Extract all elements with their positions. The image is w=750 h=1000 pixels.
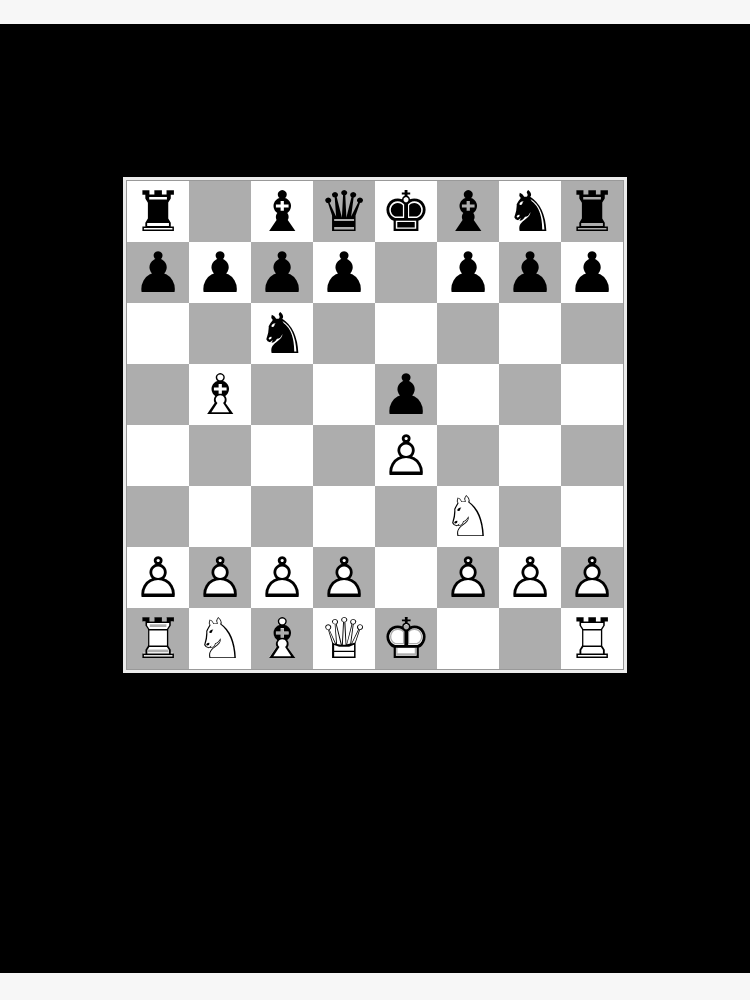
square-d8: ♛ (313, 181, 375, 242)
black-pawn: ♟ (375, 364, 437, 425)
square-b6 (189, 303, 251, 364)
white-pawn: ♟♙ (313, 547, 375, 608)
white-knight: ♞♘ (189, 608, 251, 669)
square-d7: ♟ (313, 242, 375, 303)
square-c8: ♝ (251, 181, 313, 242)
black-bishop: ♝ (251, 181, 313, 242)
black-knight: ♞ (251, 303, 313, 364)
square-f8: ♝ (437, 181, 499, 242)
square-e6 (375, 303, 437, 364)
black-rook: ♜ (127, 181, 189, 242)
square-e1: ♚♔ (375, 608, 437, 669)
square-h6 (561, 303, 623, 364)
white-rook: ♜♖ (561, 608, 623, 669)
square-e4: ♟♙ (375, 425, 437, 486)
chess-board-frame: ♜♝♛♚♝♞♜♟♟♟♟♟♟♟♞♝♗♟♟♙♞♘♟♙♟♙♟♙♟♙♟♙♟♙♟♙♜♖♞♘… (123, 177, 627, 673)
square-d3 (313, 486, 375, 547)
square-d2: ♟♙ (313, 547, 375, 608)
white-pawn: ♟♙ (251, 547, 313, 608)
square-b5: ♝♗ (189, 364, 251, 425)
white-pawn: ♟♙ (189, 547, 251, 608)
black-pawn: ♟ (437, 242, 499, 303)
white-pawn: ♟♙ (127, 547, 189, 608)
square-f4 (437, 425, 499, 486)
black-pawn: ♟ (499, 242, 561, 303)
square-g3 (499, 486, 561, 547)
square-g7: ♟ (499, 242, 561, 303)
square-g1 (499, 608, 561, 669)
square-h7: ♟ (561, 242, 623, 303)
square-c1: ♝♗ (251, 608, 313, 669)
square-d4 (313, 425, 375, 486)
square-b7: ♟ (189, 242, 251, 303)
white-queen: ♛♕ (313, 608, 375, 669)
square-a8: ♜ (127, 181, 189, 242)
black-background: ♜♝♛♚♝♞♜♟♟♟♟♟♟♟♞♝♗♟♟♙♞♘♟♙♟♙♟♙♟♙♟♙♟♙♟♙♜♖♞♘… (0, 24, 750, 973)
square-a5 (127, 364, 189, 425)
square-g8: ♞ (499, 181, 561, 242)
square-a2: ♟♙ (127, 547, 189, 608)
square-e5: ♟ (375, 364, 437, 425)
square-a7: ♟ (127, 242, 189, 303)
square-b4 (189, 425, 251, 486)
square-f2: ♟♙ (437, 547, 499, 608)
square-f3: ♞♘ (437, 486, 499, 547)
square-h3 (561, 486, 623, 547)
white-bishop: ♝♗ (251, 608, 313, 669)
square-c3 (251, 486, 313, 547)
square-d1: ♛♕ (313, 608, 375, 669)
square-e7 (375, 242, 437, 303)
square-h8: ♜ (561, 181, 623, 242)
square-c2: ♟♙ (251, 547, 313, 608)
white-pawn: ♟♙ (437, 547, 499, 608)
product-photo: ♜♝♛♚♝♞♜♟♟♟♟♟♟♟♞♝♗♟♟♙♞♘♟♙♟♙♟♙♟♙♟♙♟♙♟♙♜♖♞♘… (0, 0, 750, 1000)
square-g5 (499, 364, 561, 425)
black-pawn: ♟ (313, 242, 375, 303)
square-g6 (499, 303, 561, 364)
black-pawn: ♟ (127, 242, 189, 303)
square-c6: ♞ (251, 303, 313, 364)
square-h2: ♟♙ (561, 547, 623, 608)
square-a1: ♜♖ (127, 608, 189, 669)
square-d6 (313, 303, 375, 364)
square-f1 (437, 608, 499, 669)
square-g4 (499, 425, 561, 486)
square-a4 (127, 425, 189, 486)
top-white-strip (0, 0, 750, 24)
square-e8: ♚ (375, 181, 437, 242)
square-c4 (251, 425, 313, 486)
square-b3 (189, 486, 251, 547)
chess-board: ♜♝♛♚♝♞♜♟♟♟♟♟♟♟♞♝♗♟♟♙♞♘♟♙♟♙♟♙♟♙♟♙♟♙♟♙♜♖♞♘… (126, 180, 624, 670)
square-h1: ♜♖ (561, 608, 623, 669)
white-bishop: ♝♗ (189, 364, 251, 425)
black-knight: ♞ (499, 181, 561, 242)
square-h4 (561, 425, 623, 486)
square-a6 (127, 303, 189, 364)
black-pawn: ♟ (251, 242, 313, 303)
square-f7: ♟ (437, 242, 499, 303)
white-king: ♚♔ (375, 608, 437, 669)
square-e3 (375, 486, 437, 547)
square-c5 (251, 364, 313, 425)
bottom-white-strip (0, 973, 750, 1000)
square-f5 (437, 364, 499, 425)
white-pawn: ♟♙ (375, 425, 437, 486)
black-bishop: ♝ (437, 181, 499, 242)
square-f6 (437, 303, 499, 364)
square-a3 (127, 486, 189, 547)
square-d5 (313, 364, 375, 425)
square-b2: ♟♙ (189, 547, 251, 608)
black-pawn: ♟ (189, 242, 251, 303)
square-g2: ♟♙ (499, 547, 561, 608)
square-c7: ♟ (251, 242, 313, 303)
black-queen: ♛ (313, 181, 375, 242)
white-rook: ♜♖ (127, 608, 189, 669)
black-rook: ♜ (561, 181, 623, 242)
white-pawn: ♟♙ (499, 547, 561, 608)
black-pawn: ♟ (561, 242, 623, 303)
white-pawn: ♟♙ (561, 547, 623, 608)
black-king: ♚ (375, 181, 437, 242)
square-e2 (375, 547, 437, 608)
square-h5 (561, 364, 623, 425)
square-b8 (189, 181, 251, 242)
white-knight: ♞♘ (437, 486, 499, 547)
square-b1: ♞♘ (189, 608, 251, 669)
